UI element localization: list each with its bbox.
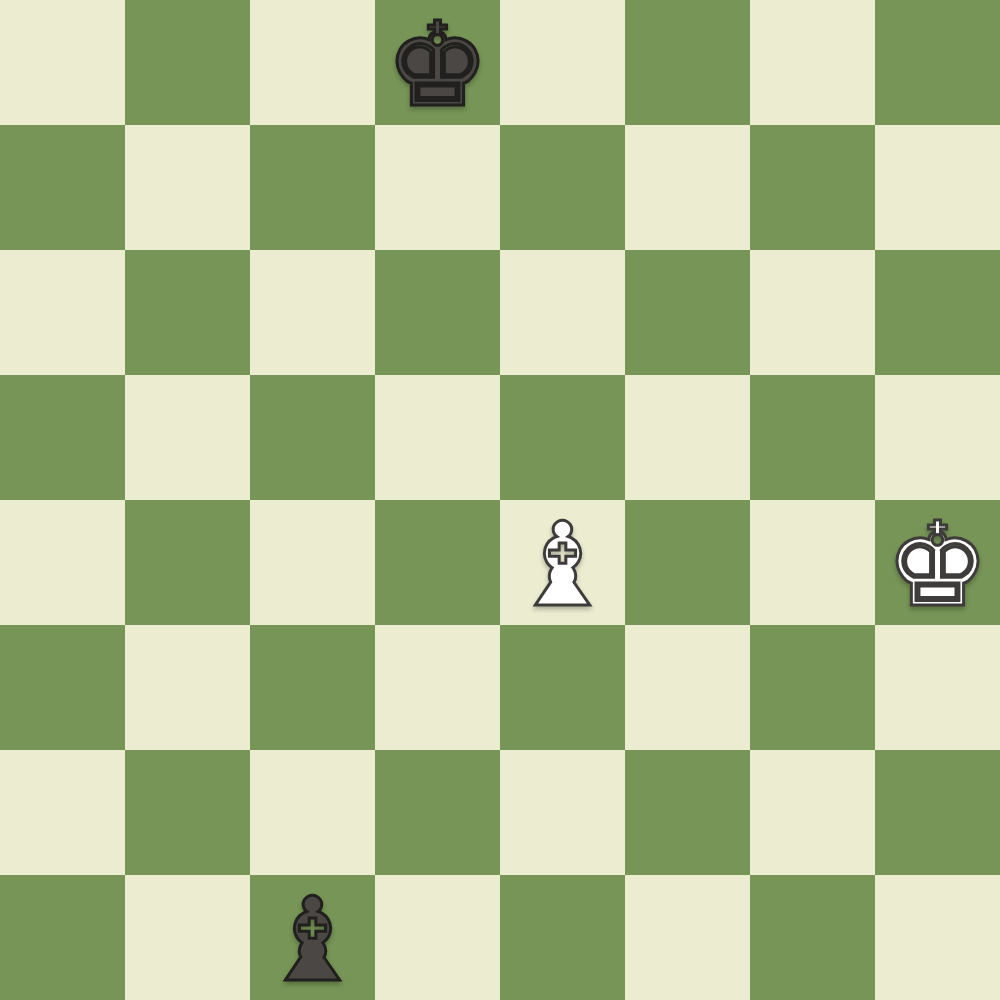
square-g2[interactable]	[750, 750, 875, 875]
chess-board: ♚♝♚♝	[0, 0, 1000, 1000]
square-a7[interactable]	[0, 125, 125, 250]
square-a3[interactable]	[0, 625, 125, 750]
square-g8[interactable]	[750, 0, 875, 125]
square-h7[interactable]	[875, 125, 1000, 250]
square-d2[interactable]	[375, 750, 500, 875]
square-b5[interactable]	[125, 375, 250, 500]
square-a8[interactable]	[0, 0, 125, 125]
square-h5[interactable]	[875, 375, 1000, 500]
square-e8[interactable]	[500, 0, 625, 125]
square-f8[interactable]	[625, 0, 750, 125]
square-c6[interactable]	[250, 250, 375, 375]
black-bishop[interactable]: ♝	[261, 882, 365, 998]
square-g7[interactable]	[750, 125, 875, 250]
square-a5[interactable]	[0, 375, 125, 500]
square-b1[interactable]	[125, 875, 250, 1000]
square-d6[interactable]	[375, 250, 500, 375]
square-g6[interactable]	[750, 250, 875, 375]
square-c4[interactable]	[250, 500, 375, 625]
square-c5[interactable]	[250, 375, 375, 500]
square-d5[interactable]	[375, 375, 500, 500]
square-g5[interactable]	[750, 375, 875, 500]
square-b6[interactable]	[125, 250, 250, 375]
square-b2[interactable]	[125, 750, 250, 875]
square-f2[interactable]	[625, 750, 750, 875]
square-b8[interactable]	[125, 0, 250, 125]
square-f4[interactable]	[625, 500, 750, 625]
square-g4[interactable]	[750, 500, 875, 625]
square-d7[interactable]	[375, 125, 500, 250]
square-h2[interactable]	[875, 750, 1000, 875]
square-e3[interactable]	[500, 625, 625, 750]
square-h8[interactable]	[875, 0, 1000, 125]
square-f1[interactable]	[625, 875, 750, 1000]
square-f7[interactable]	[625, 125, 750, 250]
square-c3[interactable]	[250, 625, 375, 750]
black-king[interactable]: ♚	[386, 7, 490, 123]
square-b3[interactable]	[125, 625, 250, 750]
square-g3[interactable]	[750, 625, 875, 750]
square-a2[interactable]	[0, 750, 125, 875]
white-bishop[interactable]: ♝	[511, 507, 615, 623]
square-e5[interactable]	[500, 375, 625, 500]
square-d8[interactable]: ♚	[375, 0, 500, 125]
square-a4[interactable]	[0, 500, 125, 625]
square-e6[interactable]	[500, 250, 625, 375]
square-h1[interactable]	[875, 875, 1000, 1000]
square-h3[interactable]	[875, 625, 1000, 750]
square-c1[interactable]: ♝	[250, 875, 375, 1000]
square-d1[interactable]	[375, 875, 500, 1000]
square-a1[interactable]	[0, 875, 125, 1000]
square-d4[interactable]	[375, 500, 500, 625]
square-d3[interactable]	[375, 625, 500, 750]
square-e1[interactable]	[500, 875, 625, 1000]
square-h6[interactable]	[875, 250, 1000, 375]
square-b7[interactable]	[125, 125, 250, 250]
square-f6[interactable]	[625, 250, 750, 375]
square-c7[interactable]	[250, 125, 375, 250]
square-f5[interactable]	[625, 375, 750, 500]
square-a6[interactable]	[0, 250, 125, 375]
square-g1[interactable]	[750, 875, 875, 1000]
square-c2[interactable]	[250, 750, 375, 875]
square-c8[interactable]	[250, 0, 375, 125]
square-e2[interactable]	[500, 750, 625, 875]
white-king[interactable]: ♚	[886, 507, 990, 623]
square-h4[interactable]: ♚	[875, 500, 1000, 625]
square-f3[interactable]	[625, 625, 750, 750]
square-e7[interactable]	[500, 125, 625, 250]
square-b4[interactable]	[125, 500, 250, 625]
square-e4[interactable]: ♝	[500, 500, 625, 625]
